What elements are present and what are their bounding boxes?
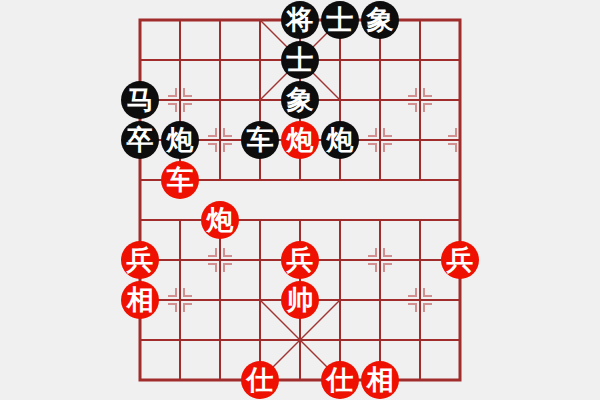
xiangqi-board: 将士象士马象卒炮车炮炮车炮兵兵兵相帅仕仕相	[0, 0, 600, 400]
piece-red-advisor[interactable]: 仕	[321, 361, 359, 399]
piece-red-elephant[interactable]: 相	[361, 361, 399, 399]
piece-red-soldier[interactable]: 兵	[441, 241, 479, 279]
piece-red-chariot[interactable]: 车	[161, 161, 199, 199]
piece-red-cannon[interactable]: 炮	[201, 201, 239, 239]
piece-black-cannon[interactable]: 炮	[321, 121, 359, 159]
piece-red-soldier[interactable]: 兵	[121, 241, 159, 279]
piece-black-general[interactable]: 将	[281, 1, 319, 39]
piece-black-chariot[interactable]: 车	[241, 121, 279, 159]
piece-black-advisor[interactable]: 士	[321, 1, 359, 39]
piece-black-elephant[interactable]: 象	[281, 81, 319, 119]
piece-red-cannon[interactable]: 炮	[281, 121, 319, 159]
piece-red-elephant[interactable]: 相	[121, 281, 159, 319]
piece-red-advisor[interactable]: 仕	[241, 361, 279, 399]
piece-black-horse[interactable]: 马	[121, 81, 159, 119]
piece-black-cannon[interactable]: 炮	[161, 121, 199, 159]
piece-red-general[interactable]: 帅	[281, 281, 319, 319]
piece-red-soldier[interactable]: 兵	[281, 241, 319, 279]
piece-black-advisor[interactable]: 士	[281, 41, 319, 79]
piece-black-elephant[interactable]: 象	[361, 1, 399, 39]
piece-black-soldier[interactable]: 卒	[121, 121, 159, 159]
